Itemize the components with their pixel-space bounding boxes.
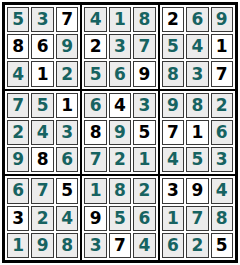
cell-r4c1[interactable]: 7 bbox=[7, 93, 29, 118]
cell-r1c8[interactable]: 6 bbox=[186, 7, 208, 32]
box-7: 675324198 bbox=[4, 175, 81, 261]
cell-r6c8[interactable]: 5 bbox=[186, 147, 208, 172]
cell-r4c5: 4 bbox=[109, 93, 131, 118]
cell-r5c6: 5 bbox=[133, 120, 155, 145]
cell-r6c6[interactable]: 1 bbox=[133, 147, 155, 172]
cell-r7c6[interactable]: 2 bbox=[133, 178, 155, 203]
cell-r6c3[interactable]: 6 bbox=[56, 147, 78, 172]
cell-r9c5: 7 bbox=[109, 233, 131, 258]
cell-r1c7: 2 bbox=[162, 7, 184, 32]
cell-r9c3[interactable]: 8 bbox=[56, 233, 78, 258]
box-2: 418237569 bbox=[81, 4, 158, 90]
cell-r4c6[interactable]: 3 bbox=[133, 93, 155, 118]
cell-r7c4[interactable]: 1 bbox=[84, 178, 106, 203]
cell-r2c1: 8 bbox=[7, 34, 29, 59]
cell-r3c6: 9 bbox=[133, 61, 155, 86]
cell-r5c7: 7 bbox=[162, 120, 184, 145]
cell-r3c7[interactable]: 8 bbox=[162, 61, 184, 86]
cell-r8c9[interactable]: 8 bbox=[211, 206, 233, 231]
cell-r2c4: 2 bbox=[84, 34, 106, 59]
box-4: 751243986 bbox=[4, 90, 81, 176]
cell-r5c1[interactable]: 2 bbox=[7, 120, 29, 145]
cell-r6c2: 8 bbox=[31, 147, 53, 172]
cell-r3c3[interactable]: 2 bbox=[56, 61, 78, 86]
cell-r9c2[interactable]: 9 bbox=[31, 233, 53, 258]
cell-r9c1[interactable]: 1 bbox=[7, 233, 29, 258]
cell-r8c8[interactable]: 7 bbox=[186, 206, 208, 231]
cell-r6c4[interactable]: 7 bbox=[84, 147, 106, 172]
cell-r2c5[interactable]: 3 bbox=[109, 34, 131, 59]
cell-r9c8[interactable]: 2 bbox=[186, 233, 208, 258]
cell-r7c7: 3 bbox=[162, 178, 184, 203]
cell-r5c5[interactable]: 9 bbox=[109, 120, 131, 145]
cell-r5c9[interactable]: 6 bbox=[211, 120, 233, 145]
box-8: 182956374 bbox=[81, 175, 158, 261]
box-5: 643895721 bbox=[81, 90, 158, 176]
cell-r7c2[interactable]: 7 bbox=[31, 178, 53, 203]
cell-r1c5[interactable]: 1 bbox=[109, 7, 131, 32]
cell-r7c5[interactable]: 8 bbox=[109, 178, 131, 203]
cell-r2c9: 1 bbox=[211, 34, 233, 59]
cell-r4c3: 1 bbox=[56, 93, 78, 118]
cell-r8c4: 9 bbox=[84, 206, 106, 231]
cell-r7c3: 5 bbox=[56, 178, 78, 203]
cell-r4c2[interactable]: 5 bbox=[31, 93, 53, 118]
cell-r9c4[interactable]: 3 bbox=[84, 233, 106, 258]
cell-r7c9[interactable]: 4 bbox=[211, 178, 233, 203]
cell-r6c9[interactable]: 3 bbox=[211, 147, 233, 172]
cell-r6c5[interactable]: 2 bbox=[109, 147, 131, 172]
cell-r6c7[interactable]: 4 bbox=[162, 147, 184, 172]
sudoku-grid: 5378694124182375692695418377512439866438… bbox=[2, 2, 238, 263]
cell-r5c8: 1 bbox=[186, 120, 208, 145]
cell-r7c1[interactable]: 6 bbox=[7, 178, 29, 203]
cell-r3c2: 1 bbox=[31, 61, 53, 86]
cell-r2c7[interactable]: 5 bbox=[162, 34, 184, 59]
cell-r3c9: 7 bbox=[211, 61, 233, 86]
cell-r7c8: 9 bbox=[186, 178, 208, 203]
cell-r1c6[interactable]: 8 bbox=[133, 7, 155, 32]
cell-r4c8[interactable]: 8 bbox=[186, 93, 208, 118]
cell-r1c1[interactable]: 5 bbox=[7, 7, 29, 32]
box-3: 269541837 bbox=[159, 4, 236, 90]
cell-r6c1[interactable]: 9 bbox=[7, 147, 29, 172]
box-6: 982716453 bbox=[159, 90, 236, 176]
cell-r4c7[interactable]: 9 bbox=[162, 93, 184, 118]
cell-r9c7[interactable]: 6 bbox=[162, 233, 184, 258]
cell-r1c3: 7 bbox=[56, 7, 78, 32]
cell-r8c1: 3 bbox=[7, 206, 29, 231]
cell-r1c9[interactable]: 9 bbox=[211, 7, 233, 32]
cell-r2c3[interactable]: 9 bbox=[56, 34, 78, 59]
cell-r5c2[interactable]: 4 bbox=[31, 120, 53, 145]
sudoku-board: 5378694124182375692695418377512439866438… bbox=[0, 0, 240, 265]
cell-r2c2: 6 bbox=[31, 34, 53, 59]
box-1: 537869412 bbox=[4, 4, 81, 90]
cell-r4c4[interactable]: 6 bbox=[84, 93, 106, 118]
cell-r2c6[interactable]: 7 bbox=[133, 34, 155, 59]
cell-r1c2[interactable]: 3 bbox=[31, 7, 53, 32]
cell-r3c5[interactable]: 6 bbox=[109, 61, 131, 86]
cell-r8c6[interactable]: 6 bbox=[133, 206, 155, 231]
cell-r8c7[interactable]: 1 bbox=[162, 206, 184, 231]
cell-r5c4: 8 bbox=[84, 120, 106, 145]
cell-r1c4[interactable]: 4 bbox=[84, 7, 106, 32]
cell-r8c5[interactable]: 5 bbox=[109, 206, 131, 231]
cell-r3c1[interactable]: 4 bbox=[7, 61, 29, 86]
cell-r9c6[interactable]: 4 bbox=[133, 233, 155, 258]
cell-r5c3[interactable]: 3 bbox=[56, 120, 78, 145]
box-9: 394178625 bbox=[159, 175, 236, 261]
cell-r2c8[interactable]: 4 bbox=[186, 34, 208, 59]
cell-r9c9: 5 bbox=[211, 233, 233, 258]
cell-r4c9[interactable]: 2 bbox=[211, 93, 233, 118]
cell-r8c3[interactable]: 4 bbox=[56, 206, 78, 231]
cell-r3c8[interactable]: 3 bbox=[186, 61, 208, 86]
cell-r3c4[interactable]: 5 bbox=[84, 61, 106, 86]
cell-r8c2[interactable]: 2 bbox=[31, 206, 53, 231]
